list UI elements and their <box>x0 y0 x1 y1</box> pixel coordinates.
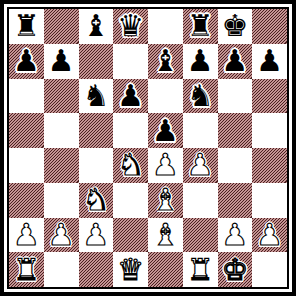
square-e7[interactable]: ♝ <box>148 44 183 79</box>
white-queen: ♛ <box>117 255 144 285</box>
square-e8[interactable] <box>148 9 183 44</box>
square-a3[interactable] <box>9 183 44 218</box>
square-b6[interactable] <box>44 79 79 114</box>
square-h6[interactable] <box>252 79 287 114</box>
square-g5[interactable] <box>218 113 253 148</box>
white-pawn: ♟ <box>82 220 109 250</box>
square-g8[interactable]: ♚ <box>218 9 253 44</box>
black-bishop: ♝ <box>152 46 179 76</box>
white-pawn: ♟ <box>256 220 283 250</box>
square-e5[interactable]: ♟ <box>148 113 183 148</box>
white-pawn: ♟ <box>221 220 248 250</box>
white-pawn: ♟ <box>187 150 214 180</box>
black-rook: ♜ <box>187 11 214 41</box>
square-c5[interactable] <box>79 113 114 148</box>
square-a2[interactable]: ♟ <box>9 218 44 253</box>
white-pawn: ♟ <box>48 220 75 250</box>
square-a8[interactable]: ♜ <box>9 9 44 44</box>
board-frame-outer: ♜♝♛♜♚♟♟♝♟♟♟♞♟♞♟♞♟♟♞♝♟♟♟♝♟♟♜♛♜♚ <box>0 0 296 296</box>
white-pawn: ♟ <box>13 220 40 250</box>
black-rook: ♜ <box>13 11 40 41</box>
black-pawn: ♟ <box>221 46 248 76</box>
black-pawn: ♟ <box>187 46 214 76</box>
white-rook: ♜ <box>187 255 214 285</box>
board-frame-inner: ♜♝♛♜♚♟♟♝♟♟♟♞♟♞♟♞♟♟♞♝♟♟♟♝♟♟♜♛♜♚ <box>7 7 289 289</box>
square-b1[interactable] <box>44 252 79 287</box>
square-f8[interactable]: ♜ <box>183 9 218 44</box>
square-d8[interactable]: ♛ <box>113 9 148 44</box>
white-rook: ♜ <box>13 255 40 285</box>
square-f6[interactable]: ♞ <box>183 79 218 114</box>
square-b8[interactable] <box>44 9 79 44</box>
square-c3[interactable]: ♞ <box>79 183 114 218</box>
white-bishop: ♝ <box>152 220 179 250</box>
square-h3[interactable] <box>252 183 287 218</box>
black-knight: ♞ <box>82 81 109 111</box>
black-pawn: ♟ <box>152 116 179 146</box>
square-d7[interactable] <box>113 44 148 79</box>
square-h8[interactable] <box>252 9 287 44</box>
square-b4[interactable] <box>44 148 79 183</box>
square-f7[interactable]: ♟ <box>183 44 218 79</box>
square-b7[interactable]: ♟ <box>44 44 79 79</box>
square-f4[interactable]: ♟ <box>183 148 218 183</box>
black-pawn: ♟ <box>48 46 75 76</box>
square-g3[interactable] <box>218 183 253 218</box>
square-d5[interactable] <box>113 113 148 148</box>
chess-board: ♜♝♛♜♚♟♟♝♟♟♟♞♟♞♟♞♟♟♞♝♟♟♟♝♟♟♜♛♜♚ <box>9 9 287 287</box>
square-d4[interactable]: ♞ <box>113 148 148 183</box>
square-a6[interactable] <box>9 79 44 114</box>
square-e6[interactable] <box>148 79 183 114</box>
square-a1[interactable]: ♜ <box>9 252 44 287</box>
square-f2[interactable] <box>183 218 218 253</box>
square-d3[interactable] <box>113 183 148 218</box>
square-e2[interactable]: ♝ <box>148 218 183 253</box>
black-queen: ♛ <box>117 11 144 41</box>
square-c2[interactable]: ♟ <box>79 218 114 253</box>
square-g7[interactable]: ♟ <box>218 44 253 79</box>
white-bishop: ♝ <box>152 185 179 215</box>
white-knight: ♞ <box>82 185 109 215</box>
square-f1[interactable]: ♜ <box>183 252 218 287</box>
square-a4[interactable] <box>9 148 44 183</box>
square-d1[interactable]: ♛ <box>113 252 148 287</box>
black-king: ♚ <box>221 11 248 41</box>
square-f5[interactable] <box>183 113 218 148</box>
black-knight: ♞ <box>187 81 214 111</box>
square-g6[interactable] <box>218 79 253 114</box>
square-h1[interactable] <box>252 252 287 287</box>
square-a5[interactable] <box>9 113 44 148</box>
square-g1[interactable]: ♚ <box>218 252 253 287</box>
square-c8[interactable]: ♝ <box>79 9 114 44</box>
square-c4[interactable] <box>79 148 114 183</box>
square-b2[interactable]: ♟ <box>44 218 79 253</box>
square-e1[interactable] <box>148 252 183 287</box>
white-knight: ♞ <box>117 150 144 180</box>
square-d2[interactable] <box>113 218 148 253</box>
white-pawn: ♟ <box>152 150 179 180</box>
square-g4[interactable] <box>218 148 253 183</box>
black-pawn: ♟ <box>117 81 144 111</box>
square-b5[interactable] <box>44 113 79 148</box>
square-b3[interactable] <box>44 183 79 218</box>
square-c6[interactable]: ♞ <box>79 79 114 114</box>
white-king: ♚ <box>221 255 248 285</box>
square-h7[interactable]: ♟ <box>252 44 287 79</box>
square-f3[interactable] <box>183 183 218 218</box>
black-pawn: ♟ <box>256 46 283 76</box>
black-pawn: ♟ <box>13 46 40 76</box>
square-g2[interactable]: ♟ <box>218 218 253 253</box>
square-c7[interactable] <box>79 44 114 79</box>
square-h4[interactable] <box>252 148 287 183</box>
square-d6[interactable]: ♟ <box>113 79 148 114</box>
square-h2[interactable]: ♟ <box>252 218 287 253</box>
square-a7[interactable]: ♟ <box>9 44 44 79</box>
black-bishop: ♝ <box>82 11 109 41</box>
square-c1[interactable] <box>79 252 114 287</box>
square-h5[interactable] <box>252 113 287 148</box>
square-e4[interactable]: ♟ <box>148 148 183 183</box>
square-e3[interactable]: ♝ <box>148 183 183 218</box>
